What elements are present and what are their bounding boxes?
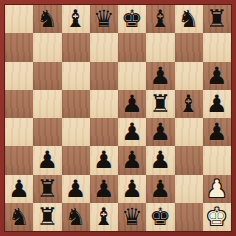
black-rook-piece: ♜: [150, 90, 172, 118]
square-f2[interactable]: ♟: [146, 175, 174, 203]
black-pawn-piece: ♟: [121, 175, 143, 203]
black-pawn-piece: ♟: [206, 118, 228, 146]
square-b8[interactable]: ♞: [33, 5, 61, 33]
black-knight-piece: ♞: [8, 203, 30, 231]
square-g3[interactable]: [175, 146, 203, 174]
black-pawn-piece: ♟: [121, 146, 143, 174]
square-f8[interactable]: ♝: [146, 5, 174, 33]
black-pawn-piece: ♟: [150, 175, 172, 203]
square-d8[interactable]: ♛: [90, 5, 118, 33]
square-h8[interactable]: ♜: [203, 5, 231, 33]
square-f1[interactable]: ♚: [146, 203, 174, 231]
square-g6[interactable]: [175, 62, 203, 90]
chess-board: ♞♝♛♚♝♞♜♟♟♟♜♝♟♟♟♟♟♟♟♟♟♜♟♟♟♟♟♞♜♞♝♛♚♚: [4, 4, 232, 232]
square-c8[interactable]: ♝: [62, 5, 90, 33]
square-e5[interactable]: ♟: [118, 90, 146, 118]
square-c1[interactable]: ♞: [62, 203, 90, 231]
square-a8[interactable]: [5, 5, 33, 33]
square-b2[interactable]: ♜: [33, 175, 61, 203]
black-queen-piece: ♛: [93, 5, 115, 33]
square-e3[interactable]: ♟: [118, 146, 146, 174]
square-d6[interactable]: [90, 62, 118, 90]
square-f7[interactable]: [146, 33, 174, 61]
board-frame: ♞♝♛♚♝♞♜♟♟♟♜♝♟♟♟♟♟♟♟♟♟♜♟♟♟♟♟♞♜♞♝♛♚♚: [0, 0, 236, 236]
square-a5[interactable]: [5, 90, 33, 118]
square-g5[interactable]: ♝: [175, 90, 203, 118]
square-h2[interactable]: ♟: [203, 175, 231, 203]
black-knight-piece: ♞: [178, 5, 200, 33]
square-b7[interactable]: [33, 33, 61, 61]
square-h5[interactable]: ♟: [203, 90, 231, 118]
square-e8[interactable]: ♚: [118, 5, 146, 33]
black-knight-piece: ♞: [37, 5, 59, 33]
square-c6[interactable]: [62, 62, 90, 90]
black-pawn-piece: ♟: [206, 62, 228, 90]
black-rook-piece: ♜: [206, 5, 228, 33]
square-a6[interactable]: [5, 62, 33, 90]
square-c5[interactable]: [62, 90, 90, 118]
square-f5[interactable]: ♜: [146, 90, 174, 118]
white-pawn-piece: ♟: [206, 175, 228, 203]
black-king-piece: ♚: [121, 5, 143, 33]
square-a3[interactable]: [5, 146, 33, 174]
square-h3[interactable]: [203, 146, 231, 174]
square-e6[interactable]: [118, 62, 146, 90]
square-e7[interactable]: [118, 33, 146, 61]
square-a2[interactable]: ♟: [5, 175, 33, 203]
black-bishop-piece: ♝: [65, 5, 87, 33]
square-d5[interactable]: [90, 90, 118, 118]
black-king-piece: ♚: [150, 203, 172, 231]
square-d7[interactable]: [90, 33, 118, 61]
square-b1[interactable]: ♜: [33, 203, 61, 231]
square-h7[interactable]: [203, 33, 231, 61]
square-c7[interactable]: [62, 33, 90, 61]
square-g8[interactable]: ♞: [175, 5, 203, 33]
square-h1[interactable]: ♚: [203, 203, 231, 231]
square-d4[interactable]: [90, 118, 118, 146]
square-h4[interactable]: ♟: [203, 118, 231, 146]
black-pawn-piece: ♟: [93, 175, 115, 203]
black-pawn-piece: ♟: [37, 146, 59, 174]
black-queen-piece: ♛: [121, 203, 143, 231]
black-pawn-piece: ♟: [65, 175, 87, 203]
black-bishop-piece: ♝: [150, 5, 172, 33]
square-c4[interactable]: [62, 118, 90, 146]
square-g7[interactable]: [175, 33, 203, 61]
square-c3[interactable]: [62, 146, 90, 174]
square-d3[interactable]: ♟: [90, 146, 118, 174]
square-b6[interactable]: [33, 62, 61, 90]
square-c2[interactable]: ♟: [62, 175, 90, 203]
square-b5[interactable]: [33, 90, 61, 118]
square-e2[interactable]: ♟: [118, 175, 146, 203]
square-b3[interactable]: ♟: [33, 146, 61, 174]
square-a4[interactable]: [5, 118, 33, 146]
square-b4[interactable]: [33, 118, 61, 146]
black-pawn-piece: ♟: [206, 90, 228, 118]
square-h6[interactable]: ♟: [203, 62, 231, 90]
square-a1[interactable]: ♞: [5, 203, 33, 231]
black-pawn-piece: ♟: [150, 118, 172, 146]
square-g2[interactable]: [175, 175, 203, 203]
square-f6[interactable]: ♟: [146, 62, 174, 90]
black-pawn-piece: ♟: [150, 62, 172, 90]
square-d2[interactable]: ♟: [90, 175, 118, 203]
square-e4[interactable]: ♟: [118, 118, 146, 146]
white-king-piece: ♚: [206, 203, 228, 231]
black-pawn-piece: ♟: [93, 146, 115, 174]
square-a7[interactable]: [5, 33, 33, 61]
black-pawn-piece: ♟: [121, 118, 143, 146]
square-f4[interactable]: ♟: [146, 118, 174, 146]
square-g4[interactable]: [175, 118, 203, 146]
square-f3[interactable]: ♟: [146, 146, 174, 174]
black-pawn-piece: ♟: [121, 90, 143, 118]
black-pawn-piece: ♟: [150, 146, 172, 174]
square-e1[interactable]: ♛: [118, 203, 146, 231]
black-bishop-piece: ♝: [178, 90, 200, 118]
black-knight-piece: ♞: [65, 203, 87, 231]
square-d1[interactable]: ♝: [90, 203, 118, 231]
black-rook-piece: ♜: [37, 203, 59, 231]
black-bishop-piece: ♝: [93, 203, 115, 231]
square-g1[interactable]: [175, 203, 203, 231]
black-pawn-piece: ♟: [8, 175, 30, 203]
black-rook-piece: ♜: [37, 175, 59, 203]
